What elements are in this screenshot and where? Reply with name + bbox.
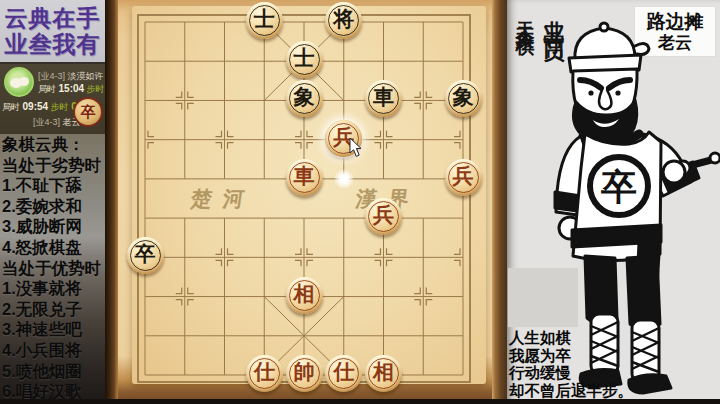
chest-emblem-char: 卒 xyxy=(600,167,637,207)
piece-red-仕-f5r9[interactable]: 仕 xyxy=(325,355,362,392)
piece-black-象-f8r2[interactable]: 象 xyxy=(445,80,482,117)
piece-red-相-f4r7[interactable]: 相 xyxy=(286,277,323,314)
player-rank-tag: [业4-3] xyxy=(33,117,60,127)
tip-item: 3.威胁断网 xyxy=(0,216,105,237)
piece-character: 仕 xyxy=(254,362,275,383)
opponent-name-row: [业4-3] 淡漠如许 xyxy=(38,70,104,83)
piece-character: 帥 xyxy=(294,362,315,383)
piece-character: 兵 xyxy=(453,166,474,187)
quote-line: 我愿为卒 xyxy=(509,347,633,365)
board-left-edge xyxy=(105,0,118,404)
piece-red-相-f6r9[interactable]: 相 xyxy=(365,355,402,392)
tip-item: 1.没事就将 xyxy=(0,278,105,299)
pieces-layer: 士将士象車象兵車兵兵卒相仕帥仕相 xyxy=(145,22,463,375)
piece-character: 象 xyxy=(453,87,474,108)
piece-character: 卒 xyxy=(135,244,156,265)
player-game-time: 09:54 xyxy=(23,101,49,112)
piece-black-士-f4r1[interactable]: 士 xyxy=(286,41,323,78)
mouse-cursor-icon xyxy=(349,138,363,162)
player-move-time-label: 步时 xyxy=(51,102,69,112)
piece-character: 車 xyxy=(294,166,315,187)
left-sidebar: 云典在手 业叁我有 [业4-3] 淡漠如许 局时 15:04 步时 01:30 … xyxy=(0,0,105,404)
tip-item: 2.委婉求和 xyxy=(0,196,105,217)
slogan-line-1: 云典在手 xyxy=(5,5,101,31)
piece-red-帥-f4r9[interactable]: 帥 xyxy=(286,355,323,392)
piece-red-兵-f8r4[interactable]: 兵 xyxy=(445,159,482,196)
opponent-move-time-label: 步时 xyxy=(87,84,105,94)
tip-item: 2.无限兑子 xyxy=(0,299,105,320)
player-avatar[interactable]: 卒 xyxy=(73,97,103,127)
slogan-banner: 云典在手 业叁我有 xyxy=(0,0,105,64)
board-right-edge xyxy=(492,0,507,404)
opponent-game-time: 15:04 xyxy=(59,83,85,94)
piece-character: 相 xyxy=(294,284,315,305)
slogan-line-2: 业叁我有 xyxy=(5,31,101,57)
tip-item: 当处于优势时 xyxy=(0,258,105,279)
tip-item: 3.神速些吧 xyxy=(0,319,105,340)
quote-line: 却不曾后退半步。 xyxy=(509,382,633,400)
piece-character: 象 xyxy=(294,87,315,108)
quote-line: 人生如棋 xyxy=(509,329,633,347)
vertical-title-app: 天天象棋 xyxy=(512,6,538,26)
right-panel: 天天象棋 业三守门员 路边摊 老云 xyxy=(507,0,720,404)
piece-black-将-f5r0[interactable]: 将 xyxy=(325,2,362,39)
piece-character: 将 xyxy=(333,9,354,30)
tip-item: 5.喷他烟圈 xyxy=(0,361,105,382)
tip-item: 4.怒掀棋盘 xyxy=(0,237,105,258)
piece-character: 士 xyxy=(294,48,315,69)
quote-block: 人生如棋 我愿为卒 行动缓慢 却不曾后退半步。 xyxy=(509,329,633,399)
quote-line: 行动缓慢 xyxy=(509,364,633,382)
opponent-name: 淡漠如许 xyxy=(68,71,104,81)
piece-red-兵-f6r5[interactable]: 兵 xyxy=(365,198,402,235)
opponent-avatar[interactable] xyxy=(4,67,34,97)
piece-character: 車 xyxy=(373,87,394,108)
piece-black-士-f3r0[interactable]: 士 xyxy=(246,2,283,39)
piece-character: 士 xyxy=(254,9,275,30)
piece-black-卒-f0r6[interactable]: 卒 xyxy=(127,237,164,274)
piece-black-車-f6r2[interactable]: 車 xyxy=(365,80,402,117)
tip-item: 1.不耻下舔 xyxy=(0,175,105,196)
opponent-game-time-label: 局时 xyxy=(38,84,56,94)
piece-black-象-f4r2[interactable]: 象 xyxy=(286,80,323,117)
players-panel: [业4-3] 淡漠如许 局时 15:04 步时 01:30 局时 09:54 步… xyxy=(0,64,105,134)
tip-item: 4.小兵围将 xyxy=(0,340,105,361)
tip-item: 当处于劣势时 xyxy=(0,155,105,176)
piece-red-車-f4r4[interactable]: 車 xyxy=(286,159,323,196)
opponent-rank-tag: [业4-3] xyxy=(38,71,65,81)
piece-character: 仕 xyxy=(333,362,354,383)
piece-character: 兵 xyxy=(373,205,394,226)
tips-list: 象棋云典： 当处于劣势时1.不耻下舔2.委婉求和3.威胁断网4.怒掀棋盘当处于优… xyxy=(0,134,105,404)
piece-red-仕-f3r9[interactable]: 仕 xyxy=(246,355,283,392)
move-indicator-dot[interactable] xyxy=(334,169,354,189)
piece-character: 相 xyxy=(373,362,394,383)
tips-title: 象棋云典： xyxy=(0,134,105,155)
bottom-black-bar xyxy=(0,399,720,404)
xiangqi-board[interactable]: 楚河 漢界 士将士象車象兵車兵兵卒相仕帥仕相 xyxy=(105,0,507,404)
player-game-time-label: 局时 xyxy=(2,102,20,112)
